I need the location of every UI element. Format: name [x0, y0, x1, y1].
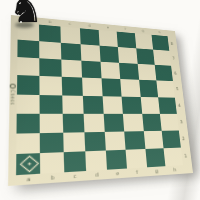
square-h4	[158, 97, 177, 114]
square-f5	[121, 79, 141, 96]
rank-label-6: 6	[174, 72, 177, 76]
square-c4	[62, 95, 84, 113]
square-c7	[60, 43, 81, 61]
brand-logo-icon	[10, 84, 16, 89]
rank-label-5: 5	[176, 87, 179, 91]
square-h1	[163, 147, 183, 166]
file-label-top-d: d	[88, 24, 91, 27]
rank-label-7: 7	[172, 57, 175, 61]
square-c6	[61, 60, 82, 78]
square-e3	[104, 113, 125, 131]
file-label-bottom-f: f	[136, 170, 138, 175]
square-g5	[139, 80, 158, 97]
square-c3	[62, 113, 84, 132]
square-f4	[122, 96, 142, 113]
square-h2	[161, 130, 180, 148]
square-a2	[16, 133, 40, 154]
square-f8	[117, 32, 136, 49]
brand-text: Chess	[9, 89, 15, 105]
square-e1	[106, 150, 127, 170]
square-h8	[151, 35, 169, 51]
file-label-bottom-c: c	[73, 174, 76, 180]
square-f1	[126, 149, 147, 169]
square-f3	[123, 113, 143, 131]
square-b2	[40, 132, 63, 153]
square-g3	[142, 113, 162, 130]
square-h3	[160, 114, 179, 131]
file-label-top-h: h	[158, 31, 160, 34]
square-h7	[153, 50, 171, 66]
square-e4	[103, 96, 123, 114]
chess-board: Chess 87654321abcdefghabcdefgh	[8, 15, 193, 186]
black-knight-piece: ♞	[9, 0, 43, 27]
board-grid	[16, 23, 183, 176]
square-e5	[102, 79, 122, 97]
file-label-top-c: c	[69, 22, 71, 26]
square-g4	[140, 97, 159, 114]
square-h6	[154, 65, 172, 81]
file-label-top-g: g	[142, 29, 145, 32]
square-d5	[82, 78, 103, 96]
square-g6	[137, 64, 156, 81]
square-b5	[40, 76, 62, 95]
square-g2	[143, 131, 163, 149]
square-e8	[99, 30, 118, 47]
square-h5	[156, 81, 175, 98]
file-label-top-b: b	[49, 20, 52, 24]
square-g1	[145, 148, 165, 167]
file-label-bottom-a: a	[26, 177, 30, 183]
square-a7	[17, 40, 39, 59]
square-d6	[81, 61, 101, 79]
rank-label-4: 4	[178, 103, 181, 107]
square-d2	[84, 132, 106, 152]
square-a6	[17, 57, 40, 76]
square-e7	[100, 46, 120, 63]
square-c2	[63, 132, 85, 152]
square-a5	[17, 75, 40, 94]
rank-label-3: 3	[180, 120, 183, 124]
square-e2	[105, 131, 126, 150]
diamond-logo-inner	[27, 162, 32, 167]
square-f2	[124, 131, 145, 150]
square-d8	[80, 28, 100, 45]
rank-label-8: 8	[170, 42, 173, 46]
square-c5	[61, 77, 82, 95]
file-label-bottom-d: d	[95, 172, 99, 177]
file-label-bottom-b: b	[50, 175, 54, 181]
square-b4	[40, 95, 62, 114]
square-f7	[118, 47, 137, 64]
file-label-bottom-g: g	[155, 169, 159, 174]
square-a3	[17, 113, 41, 133]
square-d1	[85, 150, 107, 171]
square-d7	[80, 44, 100, 62]
square-b6	[40, 59, 62, 78]
square-g7	[136, 48, 155, 65]
square-e6	[101, 62, 121, 79]
square-b3	[40, 113, 63, 132]
rank-label-1: 1	[184, 154, 187, 159]
square-d3	[83, 113, 104, 132]
square-b1	[40, 152, 63, 174]
file-label-top-f: f	[124, 28, 126, 31]
square-f6	[119, 63, 138, 80]
square-c8	[60, 26, 80, 44]
file-label-top-e: e	[107, 26, 110, 29]
square-a4	[17, 94, 40, 113]
brand-mark: Chess	[9, 84, 15, 106]
square-d4	[83, 95, 104, 113]
rank-label-2: 2	[182, 136, 185, 141]
file-label-bottom-h: h	[173, 167, 176, 172]
piece-highlight	[20, 21, 22, 23]
file-label-bottom-e: e	[116, 171, 120, 176]
square-b7	[39, 41, 60, 59]
square-g8	[134, 33, 152, 49]
square-c1	[63, 151, 86, 172]
